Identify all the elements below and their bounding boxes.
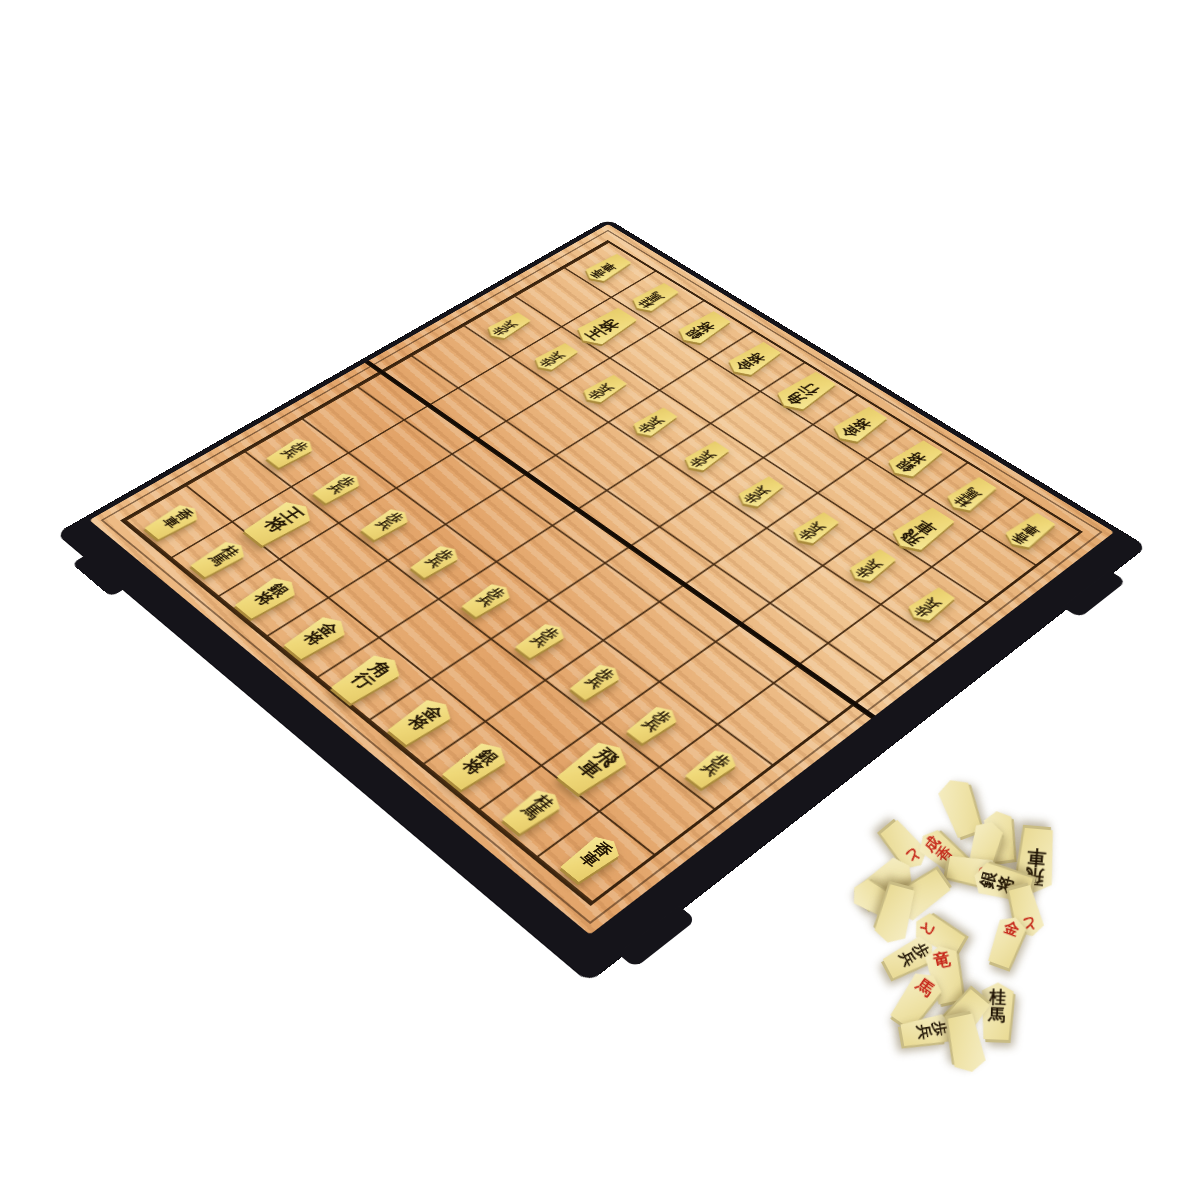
board-foot-right xyxy=(1062,570,1126,617)
board-foot-left xyxy=(72,554,127,597)
board-foot-bottom xyxy=(618,906,697,968)
product-photo: 香車桂馬銀将金将角行金将銀将桂馬香車玉将飛車歩兵歩兵歩兵歩兵歩兵歩兵歩兵歩兵歩兵… xyxy=(0,0,1200,1200)
